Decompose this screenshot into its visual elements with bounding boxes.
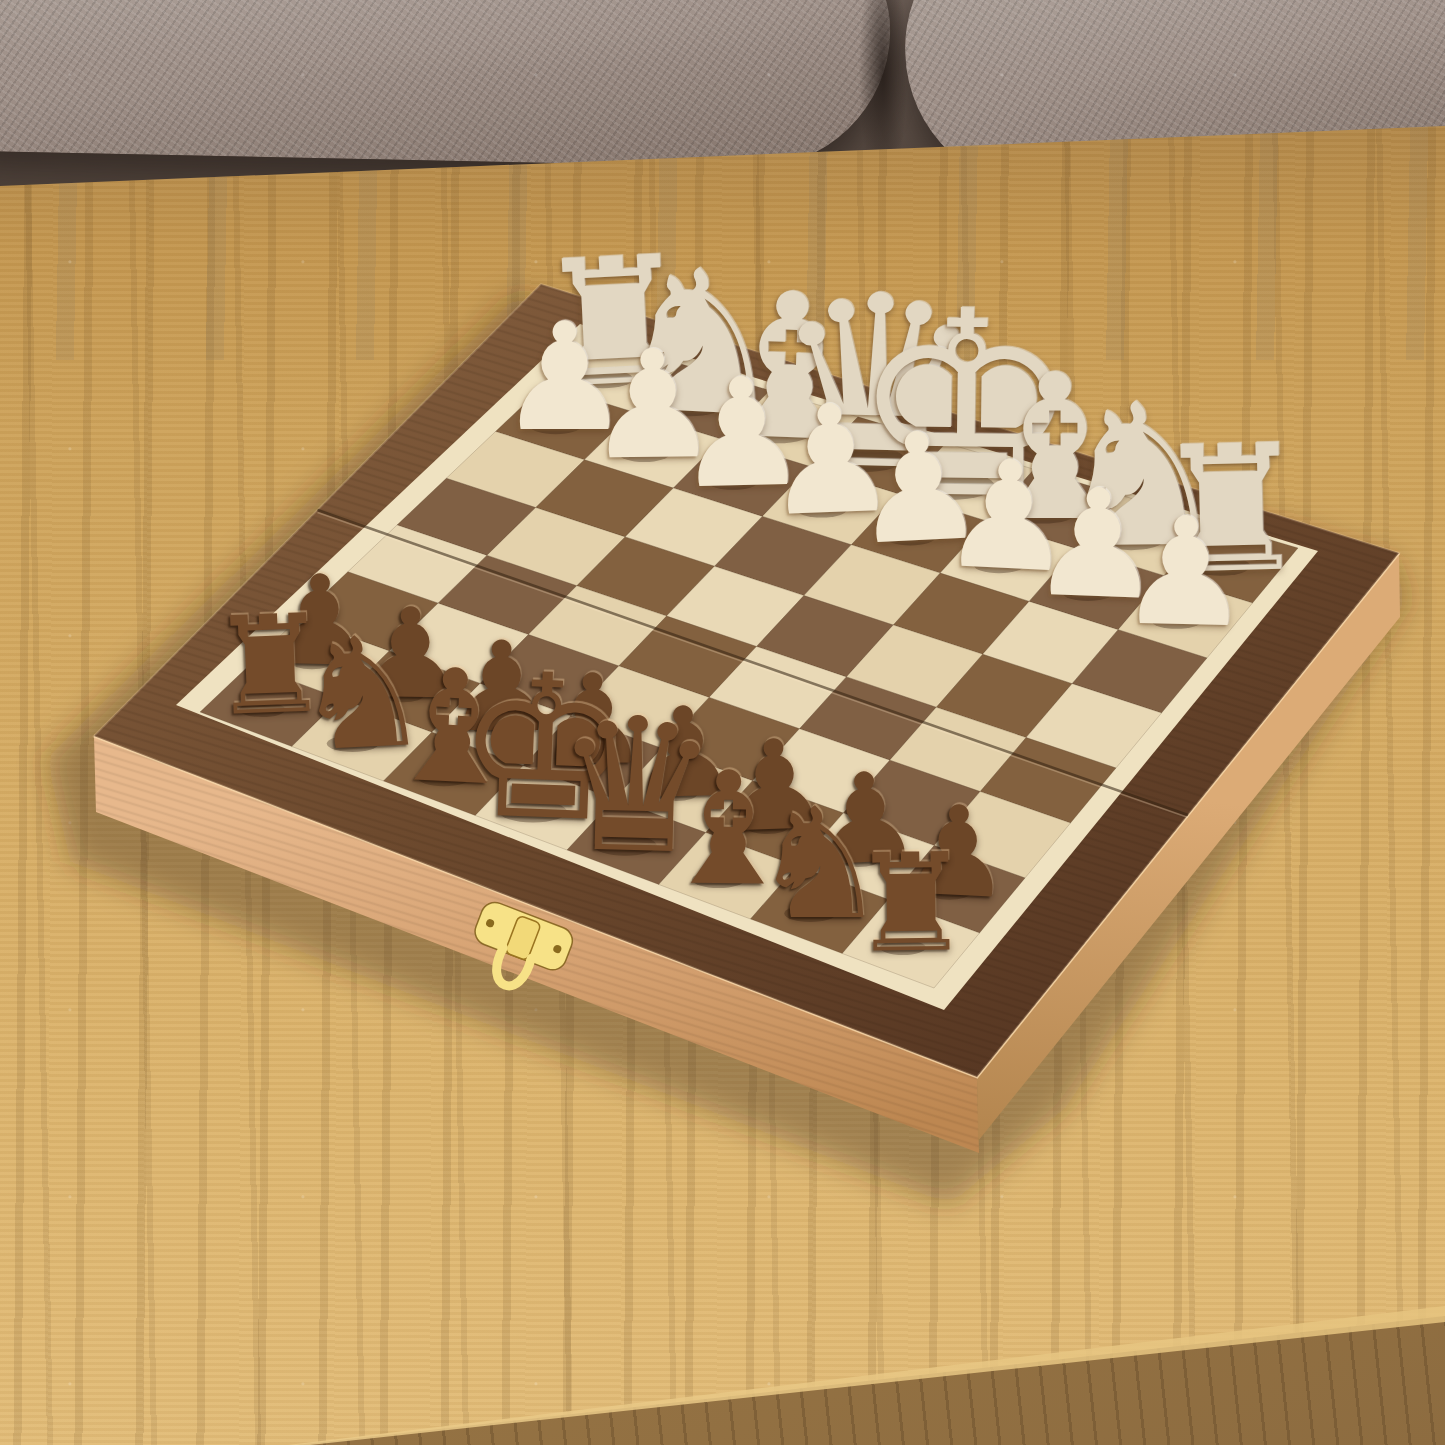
pieces-layer: ♜♞♝♛♚♝♞♜♟♟♟♟♟♟♟♟♟♟♟♟♟♟♟♟♜♞♝♚♛♝♞♜ (0, 0, 1445, 1445)
piece-black-rook[interactable]: ♜ (850, 835, 973, 971)
piece-white-pawn[interactable]: ♟ (1117, 496, 1254, 648)
